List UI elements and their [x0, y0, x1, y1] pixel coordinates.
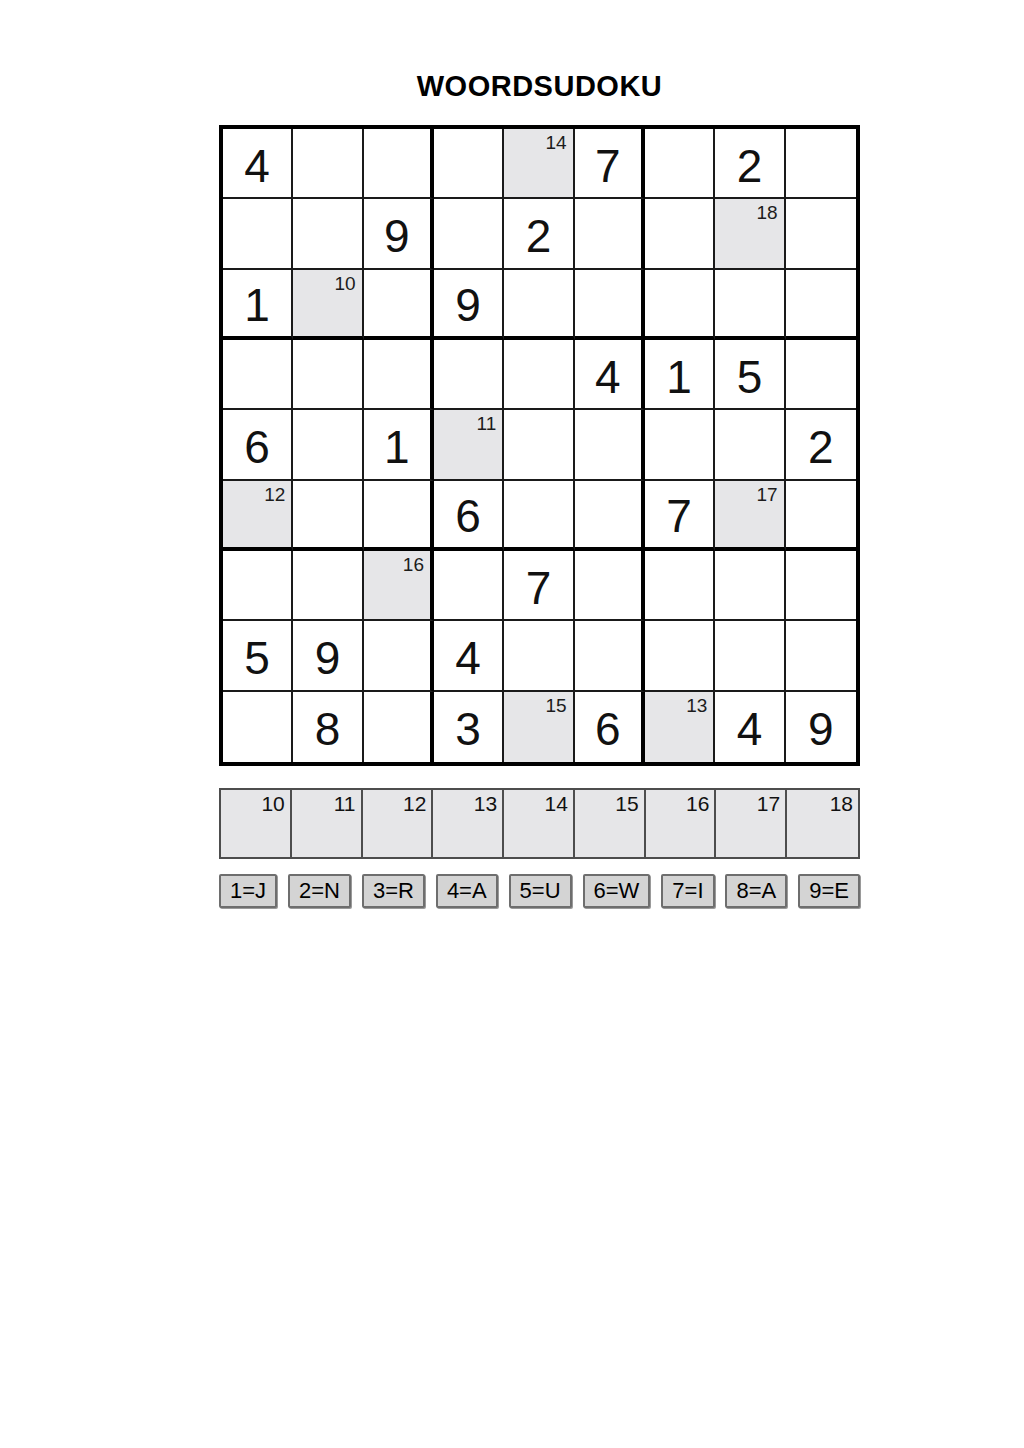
clue-number: 14 [546, 133, 567, 152]
answer-box-18[interactable]: 18 [787, 790, 858, 857]
given-digit: 1 [384, 424, 410, 470]
sudoku-cell-r7c5: 7 [504, 551, 574, 621]
sudoku-cell-r2c3: 9 [364, 199, 434, 269]
answer-box-number: 11 [334, 793, 356, 814]
answer-box-number: 16 [686, 793, 709, 814]
sudoku-cell-r7c6[interactable] [575, 551, 645, 621]
given-digit: 8 [315, 706, 341, 752]
sudoku-cell-r5c9: 2 [786, 410, 856, 480]
sudoku-cell-r8c7[interactable] [645, 621, 715, 691]
given-digit: 4 [595, 354, 621, 400]
sudoku-cell-r6c9[interactable] [786, 481, 856, 551]
answer-box-10[interactable]: 10 [221, 790, 292, 857]
legend-item-8: 8=A [725, 874, 787, 908]
sudoku-cell-r4c7: 1 [645, 340, 715, 410]
given-digit: 2 [526, 213, 552, 259]
sudoku-cell-r9c6: 6 [575, 692, 645, 762]
sudoku-cell-r4c1[interactable] [223, 340, 293, 410]
sudoku-cell-r6c1[interactable]: 12 [223, 481, 293, 551]
sudoku-cell-r6c8[interactable]: 17 [715, 481, 785, 551]
answer-box-number: 12 [403, 793, 426, 814]
sudoku-cell-r6c4: 6 [434, 481, 504, 551]
legend-item-1: 1=J [219, 874, 277, 908]
sudoku-cell-r7c3[interactable]: 16 [364, 551, 434, 621]
sudoku-cell-r1c5[interactable]: 14 [504, 129, 574, 199]
sudoku-cell-r2c7[interactable] [645, 199, 715, 269]
sudoku-cell-r3c4: 9 [434, 270, 504, 340]
given-digit: 1 [666, 354, 692, 400]
sudoku-cell-r5c3: 1 [364, 410, 434, 480]
answer-box-number: 15 [615, 793, 638, 814]
sudoku-cell-r2c5: 2 [504, 199, 574, 269]
sudoku-cell-r7c4[interactable] [434, 551, 504, 621]
sudoku-cell-r5c6[interactable] [575, 410, 645, 480]
clue-number: 18 [757, 203, 778, 222]
sudoku-cell-r3c2[interactable]: 10 [293, 270, 363, 340]
sudoku-cell-r7c7[interactable] [645, 551, 715, 621]
sudoku-cell-r7c8[interactable] [715, 551, 785, 621]
sudoku-cell-r4c8: 5 [715, 340, 785, 410]
puzzle-page: WOORDSUDOKU 4147292181109415611121267171… [0, 0, 1024, 1448]
clue-number: 15 [546, 696, 567, 715]
sudoku-cell-r3c5[interactable] [504, 270, 574, 340]
sudoku-cell-r7c2[interactable] [293, 551, 363, 621]
given-digit: 3 [455, 706, 481, 752]
sudoku-cell-r9c3[interactable] [364, 692, 434, 762]
answer-box-number: 17 [757, 793, 780, 814]
sudoku-cell-r5c5[interactable] [504, 410, 574, 480]
sudoku-cell-r6c3[interactable] [364, 481, 434, 551]
given-digit: 4 [244, 143, 270, 189]
answer-box-number: 10 [261, 793, 284, 814]
given-digit: 5 [737, 354, 763, 400]
sudoku-cell-r6c6[interactable] [575, 481, 645, 551]
sudoku-cell-r4c3[interactable] [364, 340, 434, 410]
sudoku-cell-r8c9[interactable] [786, 621, 856, 691]
sudoku-cell-r3c8[interactable] [715, 270, 785, 340]
sudoku-cell-r1c9[interactable] [786, 129, 856, 199]
sudoku-cell-r5c2[interactable] [293, 410, 363, 480]
answer-box-number: 14 [545, 793, 568, 814]
sudoku-cell-r9c1[interactable] [223, 692, 293, 762]
legend-item-7: 7=I [661, 874, 714, 908]
answer-box-12[interactable]: 12 [363, 790, 434, 857]
sudoku-cell-r2c8[interactable]: 18 [715, 199, 785, 269]
sudoku-cell-r9c8: 4 [715, 692, 785, 762]
sudoku-cell-r6c5[interactable] [504, 481, 574, 551]
page-title: WOORDSUDOKU [219, 72, 860, 101]
sudoku-cell-r8c2: 9 [293, 621, 363, 691]
sudoku-cell-r5c7[interactable] [645, 410, 715, 480]
sudoku-cell-r1c6: 7 [575, 129, 645, 199]
given-digit: 6 [595, 706, 621, 752]
sudoku-cell-r2c4[interactable] [434, 199, 504, 269]
sudoku-cell-r2c1[interactable] [223, 199, 293, 269]
letter-legend: 1=J2=N3=R4=A5=U6=W7=I8=A9=E [219, 874, 860, 908]
given-digit: 9 [455, 282, 481, 328]
answer-strip: 101112131415161718 [219, 788, 860, 859]
legend-item-2: 2=N [288, 874, 351, 908]
sudoku-cell-r9c9: 9 [786, 692, 856, 762]
given-digit: 1 [244, 282, 270, 328]
sudoku-cell-r1c4[interactable] [434, 129, 504, 199]
sudoku-cell-r2c6[interactable] [575, 199, 645, 269]
sudoku-cell-r9c5[interactable]: 15 [504, 692, 574, 762]
sudoku-cell-r9c7[interactable]: 13 [645, 692, 715, 762]
legend-item-9: 9=E [798, 874, 860, 908]
sudoku-cell-r4c9[interactable] [786, 340, 856, 410]
legend-item-6: 6=W [583, 874, 651, 908]
sudoku-cell-r7c1[interactable] [223, 551, 293, 621]
sudoku-cell-r6c7: 7 [645, 481, 715, 551]
legend-item-3: 3=R [362, 874, 425, 908]
sudoku-cell-r4c5[interactable] [504, 340, 574, 410]
legend-item-4: 4=A [436, 874, 498, 908]
given-digit: 9 [808, 706, 834, 752]
answer-box-number: 18 [830, 793, 853, 814]
sudoku-cell-r5c8[interactable] [715, 410, 785, 480]
sudoku-cell-r4c4[interactable] [434, 340, 504, 410]
answer-box-15[interactable]: 15 [575, 790, 646, 857]
clue-number: 16 [403, 555, 424, 574]
sudoku-grid: 4147292181109415611121267171675948315613… [219, 125, 860, 766]
sudoku-cell-r3c3[interactable] [364, 270, 434, 340]
sudoku-cell-r8c3[interactable] [364, 621, 434, 691]
given-digit: 2 [808, 424, 834, 470]
answer-box-17[interactable]: 17 [716, 790, 787, 857]
legend-item-5: 5=U [509, 874, 572, 908]
sudoku-cell-r5c4[interactable]: 11 [434, 410, 504, 480]
sudoku-cell-r8c5[interactable] [504, 621, 574, 691]
clue-number: 13 [686, 696, 707, 715]
given-digit: 9 [315, 635, 341, 681]
sudoku-cell-r8c1: 5 [223, 621, 293, 691]
sudoku-cell-r6c2[interactable] [293, 481, 363, 551]
given-digit: 6 [455, 493, 481, 539]
given-digit: 9 [384, 213, 410, 259]
sudoku-cell-r1c8: 2 [715, 129, 785, 199]
given-digit: 7 [595, 143, 621, 189]
answer-box-14[interactable]: 14 [504, 790, 575, 857]
given-digit: 6 [244, 424, 270, 470]
answer-box-11[interactable]: 11 [292, 790, 363, 857]
sudoku-cell-r4c2[interactable] [293, 340, 363, 410]
sudoku-cell-r1c3[interactable] [364, 129, 434, 199]
sudoku-cell-r9c4: 3 [434, 692, 504, 762]
sudoku-cell-r3c6[interactable] [575, 270, 645, 340]
sudoku-cell-r1c2[interactable] [293, 129, 363, 199]
given-digit: 2 [737, 143, 763, 189]
sudoku-cell-r3c9[interactable] [786, 270, 856, 340]
given-digit: 4 [737, 706, 763, 752]
sudoku-cell-r1c1: 4 [223, 129, 293, 199]
sudoku-cell-r8c4: 4 [434, 621, 504, 691]
puzzle-content: WOORDSUDOKU 4147292181109415611121267171… [219, 72, 860, 908]
clue-number: 12 [264, 485, 285, 504]
sudoku-cell-r7c9[interactable] [786, 551, 856, 621]
sudoku-cell-r9c2: 8 [293, 692, 363, 762]
given-digit: 7 [526, 565, 552, 611]
given-digit: 4 [455, 635, 481, 681]
sudoku-cell-r2c2[interactable] [293, 199, 363, 269]
sudoku-cell-r1c7[interactable] [645, 129, 715, 199]
given-digit: 5 [244, 635, 270, 681]
sudoku-cell-r3c1: 1 [223, 270, 293, 340]
given-digit: 7 [666, 493, 692, 539]
clue-number: 11 [477, 414, 497, 433]
sudoku-cell-r8c6[interactable] [575, 621, 645, 691]
clue-number: 17 [757, 485, 778, 504]
sudoku-cell-r8c8[interactable] [715, 621, 785, 691]
sudoku-cell-r2c9[interactable] [786, 199, 856, 269]
answer-box-number: 13 [474, 793, 497, 814]
sudoku-cell-r4c6: 4 [575, 340, 645, 410]
answer-box-13[interactable]: 13 [433, 790, 504, 857]
sudoku-cell-r3c7[interactable] [645, 270, 715, 340]
answer-box-16[interactable]: 16 [646, 790, 717, 857]
clue-number: 10 [335, 274, 356, 293]
sudoku-cell-r5c1: 6 [223, 410, 293, 480]
